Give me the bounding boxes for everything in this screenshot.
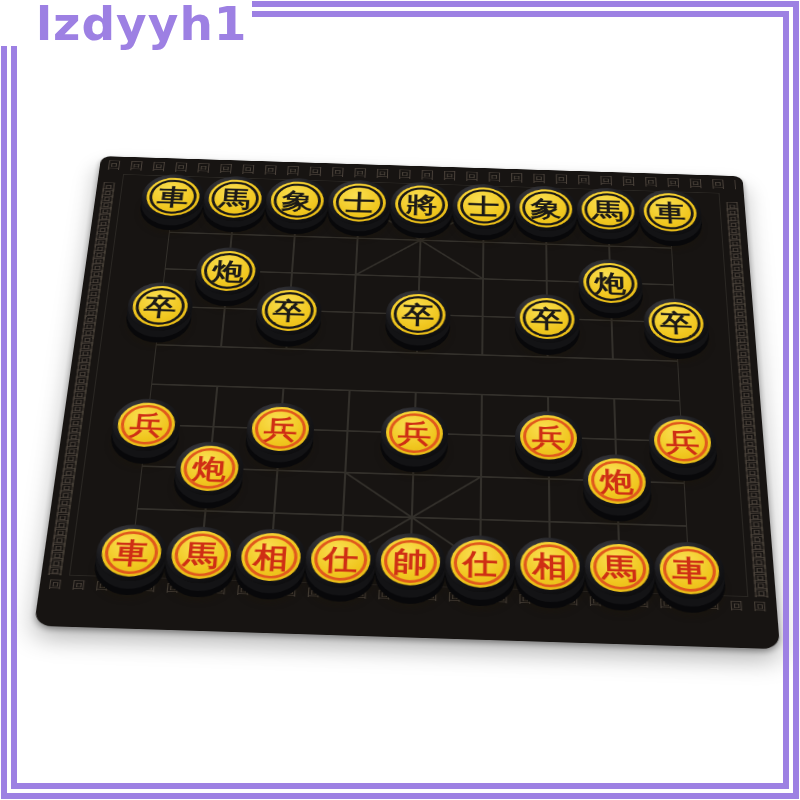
watermark-text: lzdyyh1 xyxy=(36,0,248,51)
product-photo: lzdyyh1 回回回回回回回回回回回回回回回回回回回回回回回回回回回回回回回回… xyxy=(0,0,800,800)
photo-border-inner xyxy=(11,11,789,789)
